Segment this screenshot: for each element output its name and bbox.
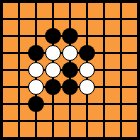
stone-black <box>62 62 78 78</box>
stone-black <box>62 79 78 95</box>
stone-black <box>62 28 78 44</box>
stone-white <box>28 79 44 95</box>
stone-white <box>79 79 95 95</box>
stone-black <box>79 45 95 61</box>
stone-white <box>62 45 78 61</box>
stone-white <box>79 62 95 78</box>
go-board <box>0 0 140 140</box>
stone-black <box>45 79 61 95</box>
stone-black <box>45 28 61 44</box>
stone-white <box>45 45 61 61</box>
stone-white <box>45 62 61 78</box>
stone-white <box>28 62 44 78</box>
stone-black <box>28 45 44 61</box>
stones-layer <box>0 0 140 140</box>
stone-black <box>28 96 44 112</box>
